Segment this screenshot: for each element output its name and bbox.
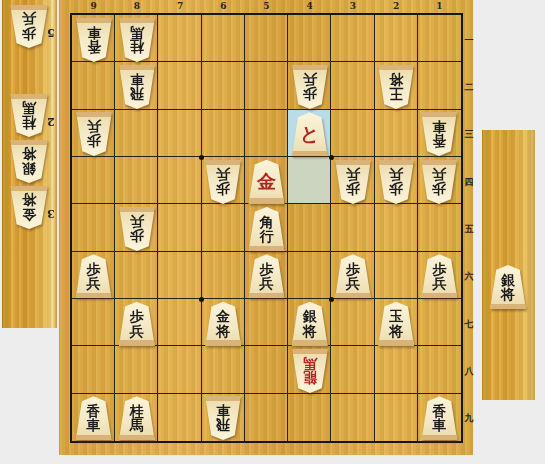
piece-body: 飛車 [204,396,242,440]
piece-kanji: 将 [216,324,230,339]
piece-body: 玉将 [377,302,415,346]
piece-p-24[interactable]: 歩兵 [377,160,415,204]
piece-body: と [291,112,329,156]
square-17[interactable] [418,299,461,346]
piece-kanji: 香 [87,40,101,55]
piece-body: 飛車 [118,65,156,109]
piece-body: 歩兵 [334,254,372,298]
piece-kanji: 歩 [346,262,360,277]
piece-kanji: 将 [389,73,403,88]
piece-kanji: 歩 [432,262,446,277]
square-52[interactable] [245,62,288,109]
piece-p-85[interactable]: 歩兵 [118,207,156,251]
piece-p-93[interactable]: 歩兵 [75,112,113,156]
piece-kanji: 車 [87,418,101,433]
square-97[interactable] [72,299,115,346]
piece-hand-銀将[interactable]: 銀将 [9,140,49,183]
piece-K-27[interactable]: 玉将 [377,302,415,346]
square-86[interactable] [115,252,158,299]
piece-kanji: 香 [432,134,446,149]
piece-kanji: 歩 [216,182,230,197]
piece-+P-43[interactable]: と [291,112,329,156]
piece-l-91[interactable]: 香車 [75,18,113,62]
rank-label-1: 一 [463,34,475,47]
square-51[interactable] [245,15,288,62]
piece-kanji: 歩 [389,182,403,197]
piece-kanji: 馬 [130,418,144,433]
piece-body: 龍馬 [291,349,329,393]
square-57[interactable] [245,299,288,346]
piece-kanji: 桂 [130,404,144,419]
file-label-9: 9 [72,1,115,12]
piece-body: 歩兵 [9,5,49,48]
file-label-6: 6 [202,1,245,12]
square-61[interactable] [202,15,245,62]
piece-kanji: と [300,124,319,145]
piece-L-19[interactable]: 香車 [420,396,458,440]
square-45[interactable] [288,204,331,251]
piece-kanji: 歩 [130,309,144,324]
square-74[interactable] [158,157,201,204]
piece-P-36[interactable]: 歩兵 [334,254,372,298]
piece-body: 香車 [420,396,458,440]
piece-S-47[interactable]: 銀将 [291,302,329,346]
piece-P-87[interactable]: 歩兵 [118,302,156,346]
rank-label-8: 八 [463,365,475,378]
square-95[interactable] [72,204,115,251]
piece-kanji: 兵 [22,12,36,27]
piece-kanji: 兵 [346,276,360,291]
square-62[interactable] [202,62,245,109]
piece-body: 桂馬 [9,94,49,137]
file-label-1: 1 [418,1,461,12]
piece-p-64[interactable]: 歩兵 [204,160,242,204]
sente-hand-stand: 銀将 [482,130,535,400]
piece-kanji: 兵 [130,215,144,230]
hand-count: 5 [47,26,55,39]
square-37[interactable] [331,299,374,346]
square-25[interactable] [375,204,418,251]
piece-p-42[interactable]: 歩兵 [291,65,329,109]
piece-kanji: 銀 [22,162,36,177]
piece-kanji: 金 [22,208,36,223]
square-78[interactable] [158,346,201,393]
piece-body: 歩兵 [291,65,329,109]
rank-label-7: 七 [463,318,475,331]
piece-body: 歩兵 [248,254,286,298]
square-98[interactable] [72,346,115,393]
piece-kanji: 玉 [389,309,403,324]
piece-B-55[interactable]: 角行 [248,207,286,251]
square-12[interactable] [418,62,461,109]
piece-kanji: 兵 [303,73,317,88]
piece-p-34[interactable]: 歩兵 [334,160,372,204]
square-72[interactable] [158,62,201,109]
piece-kanji: 車 [216,404,230,419]
piece-r-82[interactable]: 飛車 [118,65,156,109]
square-21[interactable] [375,15,418,62]
hand-count: 2 [47,115,55,128]
file-label-5: 5 [245,1,288,12]
board-frame: 香車桂馬飛車歩兵王将歩兵と香車歩兵金歩兵歩兵歩兵歩兵角行歩兵歩兵歩兵歩兵歩兵金将… [70,13,463,443]
piece-body: 歩兵 [75,254,113,298]
piece-N-89[interactable]: 桂馬 [118,396,156,440]
rank-label-6: 六 [463,270,475,283]
square-49[interactable] [288,394,331,441]
piece-P-56[interactable]: 歩兵 [248,254,286,298]
square-33[interactable] [331,110,374,157]
piece-kanji: 行 [260,229,274,244]
square-29[interactable] [375,394,418,441]
piece-kanji: 馬 [303,357,317,372]
piece-kanji: 銀 [501,273,515,288]
piece-body: 歩兵 [420,254,458,298]
piece-kanji: 金 [257,171,276,192]
piece-kanji: 飛 [130,87,144,102]
square-23[interactable] [375,110,418,157]
piece-p-14[interactable]: 歩兵 [420,160,458,204]
square-75[interactable] [158,204,201,251]
square-92[interactable] [72,62,115,109]
piece-body: 桂馬 [118,18,156,62]
piece-body: 歩兵 [377,160,415,204]
gote-hand-stand: 歩兵5桂馬2銀将金将3 [2,0,57,328]
piece-P-16[interactable]: 歩兵 [420,254,458,298]
square-66[interactable] [202,252,245,299]
piece-kanji: 兵 [346,167,360,182]
piece-kanji: 車 [432,120,446,135]
piece-kanji: 将 [501,287,515,302]
piece-kanji: 歩 [87,262,101,277]
piece-P-96[interactable]: 歩兵 [75,254,113,298]
rank-label-5: 五 [463,223,475,236]
piece-k-22[interactable]: 王将 [377,65,415,109]
piece-kanji: 兵 [260,276,274,291]
square-18[interactable] [418,346,461,393]
piece-+S-54[interactable]: 金 [248,160,286,204]
square-63[interactable] [202,110,245,157]
piece-body: 香車 [75,396,113,440]
piece-kanji: 歩 [432,182,446,197]
piece-body: 歩兵 [204,160,242,204]
square-28[interactable] [375,346,418,393]
piece-kanji: 兵 [87,120,101,135]
square-11[interactable] [418,15,461,62]
piece-n-81[interactable]: 桂馬 [118,18,156,62]
piece-body: 歩兵 [75,112,113,156]
square-65[interactable] [202,204,245,251]
square-68[interactable] [202,346,245,393]
piece-kanji: 角 [260,215,274,230]
piece-kanji: 桂 [130,40,144,55]
piece-kanji: 香 [432,404,446,419]
file-label-8: 8 [115,1,158,12]
piece-kanji: 車 [432,418,446,433]
piece-body: 桂馬 [118,396,156,440]
square-76[interactable] [158,252,201,299]
piece-kanji: 車 [87,25,101,40]
piece-body: 王将 [377,65,415,109]
square-59[interactable] [245,394,288,441]
piece-kanji: 飛 [216,418,230,433]
file-label-4: 4 [288,1,331,12]
piece-hand-歩兵[interactable]: 歩兵 [9,5,49,48]
file-label-7: 7 [158,1,201,12]
square-44[interactable] [288,157,331,204]
piece-kanji: 歩 [346,182,360,197]
file-label-3: 3 [331,1,374,12]
piece-hand-金将[interactable]: 金将 [9,186,49,229]
piece-body: 銀将 [9,140,49,183]
piece-kanji: 兵 [432,276,446,291]
rank-label-2: 二 [463,81,475,94]
piece-hand-銀将[interactable]: 銀将 [489,265,527,309]
piece-kanji: 将 [22,147,36,162]
square-73[interactable] [158,110,201,157]
piece-kanji: 歩 [303,87,317,102]
piece-+b-48[interactable]: 龍馬 [291,349,329,393]
piece-body: 銀将 [291,302,329,346]
piece-kanji: 兵 [389,167,403,182]
piece-kanji: 兵 [432,167,446,182]
piece-kanji: 兵 [216,167,230,182]
piece-kanji: 歩 [87,134,101,149]
piece-L-99[interactable]: 香車 [75,396,113,440]
board: 987654321 一二三四五六七八九 香車桂馬飛車歩兵王将歩兵と香車歩兵金歩兵… [59,0,473,455]
piece-body: 香車 [420,112,458,156]
piece-kanji: 歩 [260,262,274,277]
square-79[interactable] [158,394,201,441]
piece-kanji: 車 [130,73,144,88]
piece-kanji: 将 [303,324,317,339]
piece-kanji: 馬 [22,101,36,116]
piece-body: 歩兵 [420,160,458,204]
piece-kanji: 歩 [22,27,36,42]
piece-kanji: 龍 [303,371,317,386]
piece-l-13[interactable]: 香車 [420,112,458,156]
rank-label-9: 九 [463,412,475,425]
rank-label-4: 四 [463,176,475,189]
square-32[interactable] [331,62,374,109]
square-41[interactable] [288,15,331,62]
piece-kanji: 兵 [130,324,144,339]
piece-kanji: 桂 [22,116,36,131]
piece-kanji: 歩 [130,229,144,244]
piece-body: 金将 [204,302,242,346]
square-53[interactable] [245,110,288,157]
piece-body: 歩兵 [118,207,156,251]
square-88[interactable] [115,346,158,393]
piece-hand-桂馬[interactable]: 桂馬 [9,94,49,137]
square-84[interactable] [115,157,158,204]
piece-body: 角行 [248,207,286,251]
piece-kanji: 金 [216,309,230,324]
piece-body: 歩兵 [334,160,372,204]
square-31[interactable] [331,15,374,62]
file-label-2: 2 [375,1,418,12]
square-26[interactable] [375,252,418,299]
piece-kanji: 王 [389,87,403,102]
piece-kanji: 将 [22,193,36,208]
square-94[interactable] [72,157,115,204]
square-71[interactable] [158,15,201,62]
rank-label-3: 三 [463,128,475,141]
piece-G-67[interactable]: 金将 [204,302,242,346]
piece-kanji: 銀 [303,309,317,324]
piece-kanji: 香 [87,404,101,419]
piece-kanji: 兵 [87,276,101,291]
hand-count: 3 [47,207,55,220]
piece-body: 香車 [75,18,113,62]
shogi-app: 歩兵5桂馬2銀将金将3 987654321 一二三四五六七八九 香車桂馬飛車歩兵… [0,0,545,464]
square-58[interactable] [245,346,288,393]
piece-body: 金 [248,160,286,204]
piece-body: 銀将 [489,265,527,309]
piece-body: 歩兵 [118,302,156,346]
square-15[interactable] [418,204,461,251]
piece-body: 金将 [9,186,49,229]
square-39[interactable] [331,394,374,441]
piece-r-69[interactable]: 飛車 [204,396,242,440]
piece-kanji: 馬 [130,25,144,40]
piece-kanji: 将 [389,324,403,339]
square-35[interactable] [331,204,374,251]
square-77[interactable] [158,299,201,346]
square-38[interactable] [331,346,374,393]
square-46[interactable] [288,252,331,299]
square-83[interactable] [115,110,158,157]
